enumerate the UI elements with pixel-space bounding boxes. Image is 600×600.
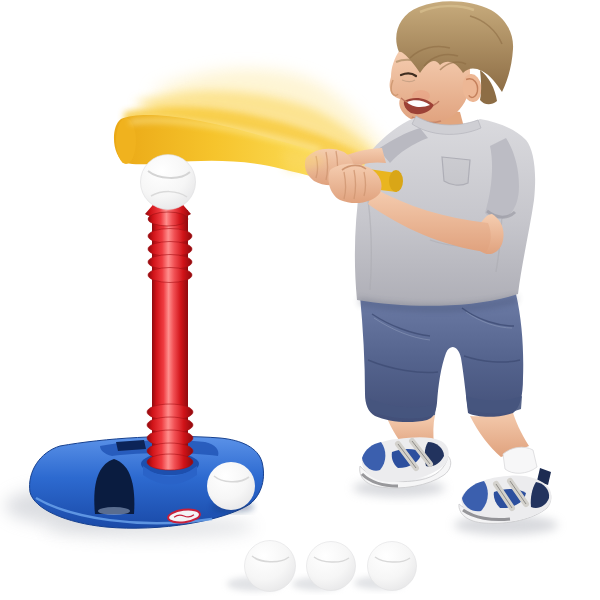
- tee-pole: [145, 202, 193, 471]
- ball-on-base-body: [207, 462, 255, 510]
- cup-bulge: [148, 212, 188, 226]
- boy: [282, 1, 551, 523]
- shirt-pocket: [442, 157, 470, 185]
- product-photo-scene: Toddler boy in a heather-gray t-shirt an…: [0, 0, 600, 600]
- boy-shorts: [360, 294, 523, 422]
- rib-9: [147, 454, 193, 470]
- arch-floor-light: [98, 507, 130, 515]
- boy-shirt: [355, 116, 535, 312]
- bat-end-cap: [116, 118, 136, 164]
- floor-ball-3-body: [368, 542, 417, 591]
- right-sneaker: [459, 468, 551, 523]
- left-sneaker: [360, 437, 451, 488]
- floor-ball-2-body: [307, 542, 356, 591]
- floor-ball-2: [307, 542, 356, 591]
- rib-4: [148, 268, 192, 283]
- right-sock: [503, 447, 537, 473]
- scene-canvas: Toddler boy in a heather-gray t-shirt an…: [0, 0, 600, 600]
- bat-knob: [389, 170, 403, 192]
- tee-ball-body: [141, 155, 196, 210]
- floor-ball-1-body: [245, 541, 296, 592]
- floor-ball-3: [368, 542, 417, 591]
- tee-ball: [141, 155, 196, 210]
- tee-base: [30, 202, 264, 529]
- floor-balls: [245, 541, 417, 592]
- floor-ball-1: [245, 541, 296, 592]
